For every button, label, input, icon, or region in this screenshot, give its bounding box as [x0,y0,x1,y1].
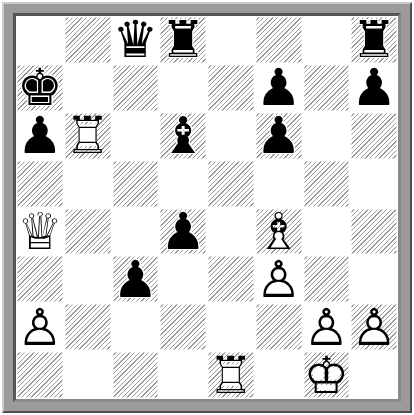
square-b8[interactable] [64,16,112,64]
square-a7[interactable]: ♚ [16,64,64,112]
square-e7[interactable] [207,64,255,112]
square-d2[interactable] [159,303,207,351]
square-b2[interactable] [64,303,112,351]
square-e5[interactable] [207,160,255,208]
white-pawn-g2: ♙ [303,303,351,351]
square-g5[interactable] [303,160,351,208]
square-d4[interactable]: ♟ [159,208,207,256]
white-rook-b6: ♖ [64,112,112,160]
square-a2[interactable]: ♟♙ [16,303,64,351]
white-pawn-fill: ♟ [255,255,303,303]
square-g8[interactable] [303,16,351,64]
square-f8[interactable] [255,16,303,64]
square-f5[interactable] [255,160,303,208]
black-king-a7: ♚ [16,64,64,112]
white-pawn-a2: ♙ [16,303,64,351]
square-e8[interactable] [207,16,255,64]
white-king-g1: ♔ [303,351,351,399]
white-pawn-fill: ♟ [303,303,351,351]
square-h7[interactable]: ♟ [350,64,398,112]
square-b5[interactable] [64,160,112,208]
square-b7[interactable] [64,64,112,112]
square-h1[interactable] [350,351,398,399]
square-e4[interactable] [207,208,255,256]
square-c5[interactable] [112,160,160,208]
black-pawn-h7: ♟ [350,64,398,112]
square-f6[interactable]: ♟ [255,112,303,160]
black-pawn-f6: ♟ [255,112,303,160]
square-b3[interactable] [64,255,112,303]
black-pawn-d4: ♟ [159,208,207,256]
black-pawn-a6: ♟ [16,112,64,160]
white-queen-a4: ♕ [16,208,64,256]
square-e2[interactable] [207,303,255,351]
square-f2[interactable] [255,303,303,351]
square-e6[interactable] [207,112,255,160]
square-d3[interactable] [159,255,207,303]
square-a5[interactable] [16,160,64,208]
white-bishop-fill: ♝ [255,208,303,256]
black-pawn-f7: ♟ [255,64,303,112]
square-e3[interactable] [207,255,255,303]
white-rook-fill: ♜ [64,112,112,160]
square-a6[interactable]: ♟ [16,112,64,160]
chess-board: ♛♜♜♚♟♟♟♜♖♝♟♛♕♟♝♗♟♟♙♟♙♟♙♟♙♜♖♚♔ [16,16,398,399]
square-c1[interactable] [112,351,160,399]
square-g6[interactable] [303,112,351,160]
black-pawn-c3: ♟ [112,255,160,303]
square-c8[interactable]: ♛ [112,16,160,64]
white-pawn-h2: ♙ [350,303,398,351]
square-f1[interactable] [255,351,303,399]
white-rook-e1: ♖ [207,351,255,399]
square-h4[interactable] [350,208,398,256]
square-h2[interactable]: ♟♙ [350,303,398,351]
square-c6[interactable] [112,112,160,160]
black-queen-c8: ♛ [112,16,160,64]
black-bishop-d6: ♝ [159,112,207,160]
board-frame-outer-bevel: ♛♜♜♚♟♟♟♜♖♝♟♛♕♟♝♗♟♟♙♟♙♟♙♟♙♜♖♚♔ [2,2,412,413]
square-e1[interactable]: ♜♖ [207,351,255,399]
square-g1[interactable]: ♚♔ [303,351,351,399]
square-a3[interactable] [16,255,64,303]
square-g7[interactable] [303,64,351,112]
black-rook-d8: ♜ [159,16,207,64]
board-frame-inner-bevel: ♛♜♜♚♟♟♟♜♖♝♟♛♕♟♝♗♟♟♙♟♙♟♙♟♙♜♖♚♔ [13,13,401,402]
white-king-fill: ♚ [303,351,351,399]
square-d6[interactable]: ♝ [159,112,207,160]
square-b4[interactable] [64,208,112,256]
square-c3[interactable]: ♟ [112,255,160,303]
square-f4[interactable]: ♝♗ [255,208,303,256]
white-queen-fill: ♛ [16,208,64,256]
square-a1[interactable] [16,351,64,399]
square-d7[interactable] [159,64,207,112]
white-pawn-fill: ♟ [16,303,64,351]
square-h3[interactable] [350,255,398,303]
square-b1[interactable] [64,351,112,399]
square-c4[interactable] [112,208,160,256]
square-g4[interactable] [303,208,351,256]
square-g3[interactable] [303,255,351,303]
square-a8[interactable] [16,16,64,64]
white-bishop-f4: ♗ [255,208,303,256]
black-rook-h8: ♜ [350,16,398,64]
square-g2[interactable]: ♟♙ [303,303,351,351]
square-h8[interactable]: ♜ [350,16,398,64]
white-pawn-fill: ♟ [350,303,398,351]
square-d8[interactable]: ♜ [159,16,207,64]
square-a4[interactable]: ♛♕ [16,208,64,256]
square-b6[interactable]: ♜♖ [64,112,112,160]
square-h6[interactable] [350,112,398,160]
white-pawn-f3: ♙ [255,255,303,303]
square-d1[interactable] [159,351,207,399]
square-h5[interactable] [350,160,398,208]
square-f3[interactable]: ♟♙ [255,255,303,303]
square-f7[interactable]: ♟ [255,64,303,112]
board-frame-band: ♛♜♜♚♟♟♟♜♖♝♟♛♕♟♝♗♟♟♙♟♙♟♙♟♙♜♖♚♔ [4,4,410,411]
square-c2[interactable] [112,303,160,351]
square-d5[interactable] [159,160,207,208]
white-rook-fill: ♜ [207,351,255,399]
chess-diagram: ♛♜♜♚♟♟♟♜♖♝♟♛♕♟♝♗♟♟♙♟♙♟♙♟♙♜♖♚♔ [0,0,414,415]
square-c7[interactable] [112,64,160,112]
